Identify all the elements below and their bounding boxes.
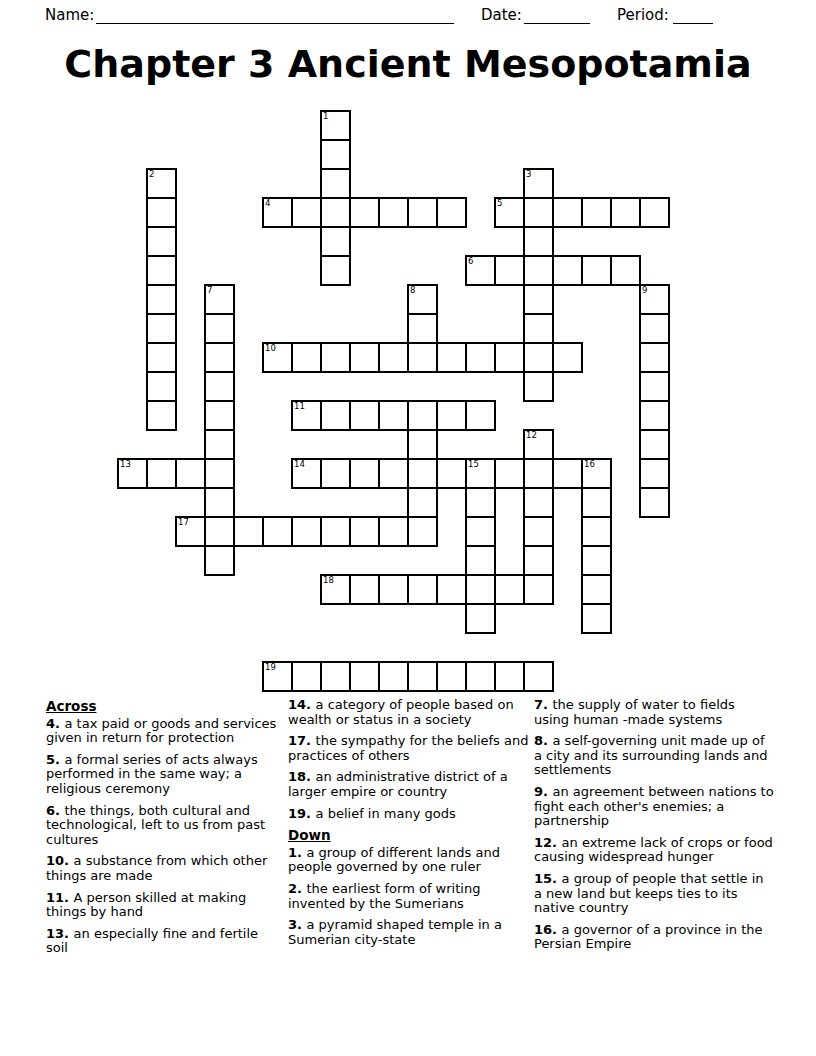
grid-cell-r8c7[interactable] [320, 342, 351, 373]
clue-text: the things, both cultural and technologi… [46, 803, 265, 847]
clue-number: 11. [46, 890, 74, 905]
grid-cell-r12c13[interactable] [494, 458, 525, 489]
grid-cell-r6c14[interactable] [523, 284, 554, 315]
clue-text: the sympathy for the beliefs and practic… [288, 733, 528, 763]
grid-cell-r11c10[interactable] [407, 429, 438, 460]
worksheet-title: Chapter 3 Ancient Mesopotamia [0, 42, 816, 86]
grid-cell-r8c14[interactable] [523, 342, 554, 373]
grid-cell-r5c12[interactable]: 6 [465, 255, 496, 286]
clue-text: a substance from which other things are … [46, 853, 267, 883]
grid-cell-r3c6[interactable] [291, 197, 322, 228]
grid-cell-r0c7[interactable]: 1 [320, 110, 351, 141]
date-field-label: Date: [481, 6, 522, 24]
grid-cell-r14c12[interactable] [465, 516, 496, 547]
clue-number: 18. [288, 769, 316, 784]
grid-cell-r4c7[interactable] [320, 226, 351, 257]
clue-column-middle: 14. a category of people based on wealth… [288, 698, 530, 954]
grid-cell-r12c7[interactable] [320, 458, 351, 489]
grid-cell-r12c14[interactable] [523, 458, 554, 489]
grid-cell-r7c10[interactable] [407, 313, 438, 344]
date-field-line[interactable] [524, 4, 590, 24]
grid-cell-r19c10[interactable] [407, 661, 438, 692]
clue-text: a self-governing unit made up of a city … [534, 733, 768, 777]
grid-cell-r10c11[interactable] [436, 400, 467, 431]
grid-cell-r12c6[interactable]: 14 [291, 458, 322, 489]
crossword-worksheet-page: { "header": { "name_label": "Name:", "da… [0, 0, 816, 1056]
clue-d15: 15. a group of people that settle in a n… [534, 872, 774, 916]
grid-cell-r5c13[interactable] [494, 255, 525, 286]
clue-number: 2. [288, 881, 307, 896]
cell-number-13: 13 [120, 460, 131, 469]
grid-cell-r14c7[interactable] [320, 516, 351, 547]
grid-cell-r5c1[interactable] [146, 255, 177, 286]
clue-text: a group of people that settle in a new l… [534, 871, 764, 915]
grid-cell-r12c0[interactable]: 13 [117, 458, 148, 489]
grid-cell-r19c5[interactable]: 19 [262, 661, 293, 692]
grid-cell-r16c8[interactable] [349, 574, 380, 605]
cell-number-1: 1 [323, 112, 328, 121]
clue-a5: 5. a formal series of acts always perfor… [46, 753, 282, 797]
grid-cell-r19c6[interactable] [291, 661, 322, 692]
grid-cell-r6c18[interactable]: 9 [639, 284, 670, 315]
clue-text: a formal series of acts always performed… [46, 752, 258, 796]
clue-text: an extreme lack of crops or food causing… [534, 835, 773, 865]
grid-cell-r8c1[interactable] [146, 342, 177, 373]
grid-cell-r15c12[interactable] [465, 545, 496, 576]
grid-cell-r14c16[interactable] [581, 516, 612, 547]
grid-cell-r9c3[interactable] [204, 371, 235, 402]
cell-number-14: 14 [294, 460, 305, 469]
grid-cell-r8c18[interactable] [639, 342, 670, 373]
cell-number-10: 10 [265, 344, 276, 353]
clue-a6: 6. the things, both cultural and technol… [46, 804, 282, 848]
grid-cell-r19c14[interactable] [523, 661, 554, 692]
name-field-label: Name: [45, 6, 94, 24]
clue-a18: 18. an administrative district of a larg… [288, 770, 530, 799]
grid-cell-r14c5[interactable] [262, 516, 293, 547]
grid-cell-r12c9[interactable] [378, 458, 409, 489]
clue-number: 12. [534, 835, 562, 850]
clue-a11: 11. A person skilled at making things by… [46, 891, 282, 920]
grid-cell-r8c15[interactable] [552, 342, 583, 373]
cell-number-11: 11 [294, 402, 305, 411]
grid-cell-r14c10[interactable] [407, 516, 438, 547]
grid-cell-r19c12[interactable] [465, 661, 496, 692]
grid-cell-r5c15[interactable] [552, 255, 583, 286]
grid-cell-r9c1[interactable] [146, 371, 177, 402]
clue-text: a category of people based on wealth or … [288, 697, 514, 727]
cell-number-6: 6 [468, 257, 473, 266]
worksheet-header: Name: Date: Period: [0, 4, 816, 30]
clue-text: the supply of water to fields using huma… [534, 697, 735, 727]
grid-cell-r17c16[interactable] [581, 603, 612, 634]
cell-number-17: 17 [178, 518, 189, 527]
grid-cell-r3c1[interactable] [146, 197, 177, 228]
clue-number: 14. [288, 697, 316, 712]
period-field-label: Period: [617, 6, 669, 24]
clue-text: a governor of a province in the Persian … [534, 922, 763, 952]
grid-cell-r5c7[interactable] [320, 255, 351, 286]
grid-cell-r2c14[interactable]: 3 [523, 168, 554, 199]
grid-cell-r3c15[interactable] [552, 197, 583, 228]
grid-cell-r12c12[interactable]: 15 [465, 458, 496, 489]
grid-cell-r7c3[interactable] [204, 313, 235, 344]
cell-number-4: 4 [265, 199, 270, 208]
clue-number: 15. [534, 871, 562, 886]
grid-cell-r6c10[interactable]: 8 [407, 284, 438, 315]
clue-number: 6. [46, 803, 65, 818]
grid-cell-r16c12[interactable] [465, 574, 496, 605]
clue-text: an administrative district of a larger e… [288, 769, 508, 799]
grid-cell-r3c8[interactable] [349, 197, 380, 228]
clue-text: the earliest form of writing invented by… [288, 881, 480, 911]
clue-d7: 7. the supply of water to fields using h… [534, 698, 774, 727]
grid-cell-r10c9[interactable] [378, 400, 409, 431]
grid-cell-r16c14[interactable] [523, 574, 554, 605]
grid-cell-r14c3[interactable] [204, 516, 235, 547]
grid-cell-r16c11[interactable] [436, 574, 467, 605]
grid-cell-r13c16[interactable] [581, 487, 612, 518]
grid-cell-r3c17[interactable] [610, 197, 641, 228]
clue-number: 1. [288, 845, 307, 860]
grid-cell-r17c12[interactable] [465, 603, 496, 634]
clue-text: a tax paid or goods and services given i… [46, 716, 276, 746]
grid-cell-r19c9[interactable] [378, 661, 409, 692]
grid-cell-r13c18[interactable] [639, 487, 670, 518]
clue-number: 7. [534, 697, 553, 712]
cell-number-2: 2 [149, 170, 154, 179]
grid-cell-r10c3[interactable] [204, 400, 235, 431]
clue-column-across: Across4. a tax paid or goods and service… [46, 698, 282, 963]
cell-number-3: 3 [526, 170, 531, 179]
grid-cell-r8c3[interactable] [204, 342, 235, 373]
grid-cell-r5c17[interactable] [610, 255, 641, 286]
grid-cell-r4c1[interactable] [146, 226, 177, 257]
clue-a13: 13. an especially fine and fertile soil [46, 927, 282, 956]
grid-cell-r19c8[interactable] [349, 661, 380, 692]
cell-number-9: 9 [642, 286, 647, 295]
grid-cell-r9c14[interactable] [523, 371, 554, 402]
clue-number: 16. [534, 922, 562, 937]
period-field-line[interactable] [673, 4, 713, 24]
grid-cell-r19c13[interactable] [494, 661, 525, 692]
grid-cell-r12c8[interactable] [349, 458, 380, 489]
grid-cell-r13c12[interactable] [465, 487, 496, 518]
clue-a10: 10. a substance from which other things … [46, 854, 282, 883]
cell-number-18: 18 [323, 576, 334, 585]
grid-cell-r13c14[interactable] [523, 487, 554, 518]
cell-number-12: 12 [526, 431, 537, 440]
clue-number: 17. [288, 733, 316, 748]
clue-text: an agreement between nations to fight ea… [534, 784, 774, 828]
grid-cell-r15c16[interactable] [581, 545, 612, 576]
grid-cell-r3c18[interactable] [639, 197, 670, 228]
grid-cell-r7c14[interactable] [523, 313, 554, 344]
crossword-grid: 12345678910111213141516171819 [117, 110, 670, 692]
grid-cell-r15c14[interactable] [523, 545, 554, 576]
clue-number: 19. [288, 806, 316, 821]
grid-cell-r7c1[interactable] [146, 313, 177, 344]
grid-cell-r3c10[interactable] [407, 197, 438, 228]
cell-number-5: 5 [497, 199, 502, 208]
clue-number: 9. [534, 784, 553, 799]
grid-cell-r11c18[interactable] [639, 429, 670, 460]
grid-cell-r8c13[interactable] [494, 342, 525, 373]
cell-number-8: 8 [410, 286, 415, 295]
clue-a4: 4. a tax paid or goods and services give… [46, 717, 282, 746]
grid-cell-r8c10[interactable] [407, 342, 438, 373]
grid-cell-r14c2[interactable]: 17 [175, 516, 206, 547]
grid-cell-r8c5[interactable]: 10 [262, 342, 293, 373]
grid-cell-r4c14[interactable] [523, 226, 554, 257]
grid-cell-r11c14[interactable]: 12 [523, 429, 554, 460]
grid-cell-r12c10[interactable] [407, 458, 438, 489]
grid-cell-r16c9[interactable] [378, 574, 409, 605]
grid-cell-r12c11[interactable] [436, 458, 467, 489]
grid-cell-r12c18[interactable] [639, 458, 670, 489]
clue-d1: 1. a group of different lands and people… [288, 846, 530, 875]
grid-cell-r8c12[interactable] [465, 342, 496, 373]
clue-text: A person skilled at making things by han… [46, 890, 246, 920]
grid-cell-r10c1[interactable] [146, 400, 177, 431]
clue-text: an especially fine and fertile soil [46, 926, 258, 956]
grid-cell-r2c1[interactable]: 2 [146, 168, 177, 199]
clue-column-down: 7. the supply of water to fields using h… [534, 698, 774, 959]
grid-cell-r10c6[interactable]: 11 [291, 400, 322, 431]
clue-number: 10. [46, 853, 74, 868]
grid-cell-r3c9[interactable] [378, 197, 409, 228]
grid-cell-r12c3[interactable] [204, 458, 235, 489]
grid-cell-r14c8[interactable] [349, 516, 380, 547]
grid-cell-r10c18[interactable] [639, 400, 670, 431]
grid-cell-r14c4[interactable] [233, 516, 264, 547]
grid-cell-r13c3[interactable] [204, 487, 235, 518]
clue-d9: 9. an agreement between nations to fight… [534, 785, 774, 829]
grid-cell-r16c7[interactable]: 18 [320, 574, 351, 605]
grid-cell-r3c5[interactable]: 4 [262, 197, 293, 228]
clue-a14: 14. a category of people based on wealth… [288, 698, 530, 727]
grid-cell-r3c16[interactable] [581, 197, 612, 228]
clue-a19: 19. a belief in many gods [288, 807, 530, 822]
grid-cell-r15c3[interactable] [204, 545, 235, 576]
clue-d2: 2. the earliest form of writing invented… [288, 882, 530, 911]
name-field-line[interactable] [96, 4, 454, 24]
clue-number: 5. [46, 752, 65, 767]
cell-number-15: 15 [468, 460, 479, 469]
grid-cell-r9c18[interactable] [639, 371, 670, 402]
grid-cell-r3c7[interactable] [320, 197, 351, 228]
grid-cell-r8c8[interactable] [349, 342, 380, 373]
clue-d8: 8. a self-governing unit made up of a ci… [534, 734, 774, 778]
grid-cell-r14c9[interactable] [378, 516, 409, 547]
grid-cell-r2c7[interactable] [320, 168, 351, 199]
across-header: Across [46, 699, 282, 714]
clue-d12: 12. an extreme lack of crops or food cau… [534, 836, 774, 865]
grid-cell-r13c10[interactable] [407, 487, 438, 518]
cell-number-16: 16 [584, 460, 595, 469]
clue-d3: 3. a pyramid shaped temple in a Sumerian… [288, 918, 530, 947]
clue-text: a belief in many gods [316, 806, 456, 821]
clue-d16: 16. a governor of a province in the Pers… [534, 923, 774, 952]
grid-cell-r12c1[interactable] [146, 458, 177, 489]
grid-cell-r3c11[interactable] [436, 197, 467, 228]
grid-cell-r16c13[interactable] [494, 574, 525, 605]
grid-cell-r14c6[interactable] [291, 516, 322, 547]
grid-cell-r6c3[interactable]: 7 [204, 284, 235, 315]
grid-cell-r8c11[interactable] [436, 342, 467, 373]
grid-cell-r19c11[interactable] [436, 661, 467, 692]
grid-cell-r8c6[interactable] [291, 342, 322, 373]
cell-number-19: 19 [265, 663, 276, 672]
grid-cell-r10c10[interactable] [407, 400, 438, 431]
grid-cell-r10c7[interactable] [320, 400, 351, 431]
grid-cell-r12c2[interactable] [175, 458, 206, 489]
grid-cell-r16c16[interactable] [581, 574, 612, 605]
clue-number: 8. [534, 733, 553, 748]
grid-cell-r5c14[interactable] [523, 255, 554, 286]
grid-cell-r11c3[interactable] [204, 429, 235, 460]
down-header: Down [288, 828, 530, 843]
clue-number: 4. [46, 716, 65, 731]
clue-text: a group of different lands and people go… [288, 845, 500, 875]
grid-cell-r1c7[interactable] [320, 139, 351, 170]
grid-cell-r10c8[interactable] [349, 400, 380, 431]
clue-number: 13. [46, 926, 74, 941]
grid-cell-r3c14[interactable] [523, 197, 554, 228]
grid-cell-r8c9[interactable] [378, 342, 409, 373]
clue-text: a pyramid shaped temple in a Sumerian ci… [288, 917, 502, 947]
clue-number: 3. [288, 917, 307, 932]
grid-cell-r12c16[interactable]: 16 [581, 458, 612, 489]
grid-cell-r5c16[interactable] [581, 255, 612, 286]
grid-cell-r6c1[interactable] [146, 284, 177, 315]
grid-cell-r19c7[interactable] [320, 661, 351, 692]
grid-cell-r14c14[interactable] [523, 516, 554, 547]
clue-a17: 17. the sympathy for the beliefs and pra… [288, 734, 530, 763]
grid-cell-r7c18[interactable] [639, 313, 670, 344]
grid-cell-r10c12[interactable] [465, 400, 496, 431]
grid-cell-r12c15[interactable] [552, 458, 583, 489]
grid-cell-r16c10[interactable] [407, 574, 438, 605]
grid-cell-r3c13[interactable]: 5 [494, 197, 525, 228]
cell-number-7: 7 [207, 286, 212, 295]
